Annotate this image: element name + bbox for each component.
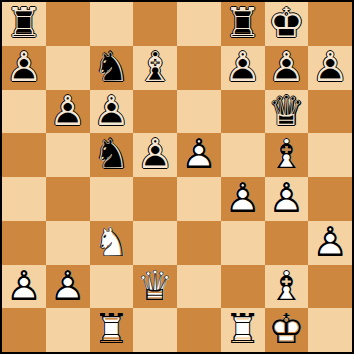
square-d2[interactable]: ♛♕	[133, 265, 177, 309]
white-bishop: ♝♗	[265, 133, 309, 177]
square-a6[interactable]	[2, 90, 46, 134]
square-a5[interactable]	[2, 133, 46, 177]
square-c5[interactable]: ♞♘	[90, 133, 134, 177]
square-f8[interactable]: ♜♖	[221, 2, 265, 46]
square-h2[interactable]	[308, 265, 352, 309]
white-pawn: ♟♙	[221, 177, 265, 221]
square-h4[interactable]	[308, 177, 352, 221]
black-pawn: ♟♙	[133, 133, 177, 177]
white-queen: ♛♕	[133, 265, 177, 309]
square-c4[interactable]	[90, 177, 134, 221]
black-pawn: ♟♙	[221, 46, 265, 90]
square-f2[interactable]	[221, 265, 265, 309]
square-e4[interactable]	[177, 177, 221, 221]
square-f3[interactable]	[221, 221, 265, 265]
square-d3[interactable]	[133, 221, 177, 265]
white-pawn-outline: ♙	[265, 177, 309, 221]
white-pawn-outline: ♙	[177, 133, 221, 177]
black-pawn-outline: ♙	[221, 46, 265, 90]
white-pawn: ♟♙	[2, 265, 46, 309]
square-a8[interactable]: ♜♖	[2, 2, 46, 46]
white-rook-outline: ♖	[90, 308, 134, 352]
square-f7[interactable]: ♟♙	[221, 46, 265, 90]
square-d1[interactable]	[133, 308, 177, 352]
square-f6[interactable]	[221, 90, 265, 134]
square-d8[interactable]	[133, 2, 177, 46]
square-b5[interactable]	[46, 133, 90, 177]
black-rook-outline: ♖	[2, 2, 46, 46]
square-a1[interactable]	[2, 308, 46, 352]
square-f1[interactable]: ♜♖	[221, 308, 265, 352]
black-pawn: ♟♙	[46, 90, 90, 134]
square-f4[interactable]: ♟♙	[221, 177, 265, 221]
square-b1[interactable]	[46, 308, 90, 352]
black-pawn: ♟♙	[265, 46, 309, 90]
square-g7[interactable]: ♟♙	[265, 46, 309, 90]
black-pawn-outline: ♙	[265, 46, 309, 90]
white-pawn: ♟♙	[308, 221, 352, 265]
white-knight: ♞♘	[90, 221, 134, 265]
square-h8[interactable]	[308, 2, 352, 46]
white-knight-outline: ♘	[90, 221, 134, 265]
square-h1[interactable]	[308, 308, 352, 352]
square-f5[interactable]	[221, 133, 265, 177]
square-e6[interactable]	[177, 90, 221, 134]
square-g1[interactable]: ♚♔	[265, 308, 309, 352]
square-g2[interactable]: ♝♗	[265, 265, 309, 309]
square-d5[interactable]: ♟♙	[133, 133, 177, 177]
chess-board: ♜♖♜♖♚♔♟♙♞♘♝♗♟♙♟♙♟♙♟♙♟♙♛♕♞♘♟♙♟♙♝♗♟♙♟♙♞♘♟♙…	[2, 2, 352, 352]
square-h7[interactable]: ♟♙	[308, 46, 352, 90]
square-h3[interactable]: ♟♙	[308, 221, 352, 265]
square-h5[interactable]	[308, 133, 352, 177]
black-queen: ♛♕	[265, 90, 309, 134]
square-a2[interactable]: ♟♙	[2, 265, 46, 309]
square-e5[interactable]: ♟♙	[177, 133, 221, 177]
square-a7[interactable]: ♟♙	[2, 46, 46, 90]
white-queen-outline: ♕	[133, 265, 177, 309]
black-pawn-outline: ♙	[2, 46, 46, 90]
square-h6[interactable]	[308, 90, 352, 134]
square-c8[interactable]	[90, 2, 134, 46]
square-g5[interactable]: ♝♗	[265, 133, 309, 177]
square-b6[interactable]: ♟♙	[46, 90, 90, 134]
square-g6[interactable]: ♛♕	[265, 90, 309, 134]
black-rook: ♜♖	[2, 2, 46, 46]
square-c7[interactable]: ♞♘	[90, 46, 134, 90]
square-b3[interactable]	[46, 221, 90, 265]
square-e8[interactable]	[177, 2, 221, 46]
white-bishop-outline: ♗	[265, 133, 309, 177]
white-pawn-outline: ♙	[221, 177, 265, 221]
black-pawn-outline: ♙	[90, 90, 134, 134]
square-e7[interactable]	[177, 46, 221, 90]
black-knight: ♞♘	[90, 46, 134, 90]
white-rook-outline: ♖	[221, 308, 265, 352]
black-pawn-outline: ♙	[46, 90, 90, 134]
white-king: ♚♔	[265, 308, 309, 352]
square-c3[interactable]: ♞♘	[90, 221, 134, 265]
black-knight-outline: ♘	[90, 133, 134, 177]
black-queen-outline: ♕	[265, 90, 309, 134]
white-rook: ♜♖	[221, 308, 265, 352]
black-bishop: ♝♗	[133, 46, 177, 90]
square-d6[interactable]	[133, 90, 177, 134]
square-a3[interactable]	[2, 221, 46, 265]
square-e2[interactable]	[177, 265, 221, 309]
black-pawn: ♟♙	[308, 46, 352, 90]
square-g3[interactable]	[265, 221, 309, 265]
black-king: ♚♔	[265, 2, 309, 46]
white-pawn-outline: ♙	[2, 265, 46, 309]
black-pawn: ♟♙	[90, 90, 134, 134]
square-c2[interactable]	[90, 265, 134, 309]
white-bishop: ♝♗	[265, 265, 309, 309]
white-pawn: ♟♙	[177, 133, 221, 177]
white-bishop-outline: ♗	[265, 265, 309, 309]
square-b7[interactable]	[46, 46, 90, 90]
square-d7[interactable]: ♝♗	[133, 46, 177, 90]
square-g4[interactable]: ♟♙	[265, 177, 309, 221]
square-b8[interactable]	[46, 2, 90, 46]
black-knight: ♞♘	[90, 133, 134, 177]
black-pawn-outline: ♙	[308, 46, 352, 90]
black-knight-outline: ♘	[90, 46, 134, 90]
white-pawn: ♟♙	[46, 265, 90, 309]
square-g8[interactable]: ♚♔	[265, 2, 309, 46]
square-a4[interactable]	[2, 177, 46, 221]
white-king-outline: ♔	[265, 308, 309, 352]
black-pawn-outline: ♙	[133, 133, 177, 177]
black-pawn: ♟♙	[2, 46, 46, 90]
black-rook-outline: ♖	[221, 2, 265, 46]
square-b2[interactable]: ♟♙	[46, 265, 90, 309]
square-b4[interactable]	[46, 177, 90, 221]
black-king-outline: ♔	[265, 2, 309, 46]
white-pawn-outline: ♙	[46, 265, 90, 309]
white-pawn: ♟♙	[265, 177, 309, 221]
square-e3[interactable]	[177, 221, 221, 265]
square-c6[interactable]: ♟♙	[90, 90, 134, 134]
square-d4[interactable]	[133, 177, 177, 221]
black-rook: ♜♖	[221, 2, 265, 46]
white-pawn-outline: ♙	[308, 221, 352, 265]
white-rook: ♜♖	[90, 308, 134, 352]
chess-board-frame: ♜♖♜♖♚♔♟♙♞♘♝♗♟♙♟♙♟♙♟♙♟♙♛♕♞♘♟♙♟♙♝♗♟♙♟♙♞♘♟♙…	[0, 0, 354, 354]
black-bishop-outline: ♗	[133, 46, 177, 90]
square-e1[interactable]	[177, 308, 221, 352]
square-c1[interactable]: ♜♖	[90, 308, 134, 352]
